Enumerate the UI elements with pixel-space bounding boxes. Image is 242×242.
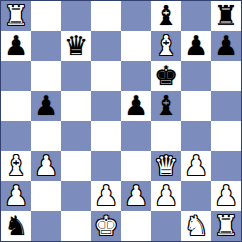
square-e8[interactable] bbox=[121, 1, 151, 31]
square-c3[interactable] bbox=[61, 151, 91, 181]
square-b8[interactable] bbox=[31, 1, 61, 31]
square-g6[interactable] bbox=[181, 61, 211, 91]
square-g8[interactable] bbox=[181, 1, 211, 31]
square-f8[interactable]: ♝ bbox=[151, 1, 181, 31]
square-a7[interactable]: ♟ bbox=[1, 31, 31, 61]
square-b5[interactable]: ♟ bbox=[31, 91, 61, 121]
square-e3[interactable] bbox=[121, 151, 151, 181]
square-a8[interactable]: ♜ bbox=[1, 1, 31, 31]
piece-black-knight[interactable]: ♞ bbox=[4, 211, 28, 241]
square-h3[interactable] bbox=[211, 151, 241, 181]
piece-black-pawn[interactable]: ♟ bbox=[124, 91, 148, 121]
square-c4[interactable] bbox=[61, 121, 91, 151]
piece-black-king[interactable]: ♚ bbox=[154, 61, 178, 91]
square-b2[interactable] bbox=[31, 181, 61, 211]
piece-white-bishop[interactable]: ♝ bbox=[4, 151, 28, 181]
square-a2[interactable]: ♟ bbox=[1, 181, 31, 211]
square-f7[interactable]: ♝ bbox=[151, 31, 181, 61]
square-d7[interactable] bbox=[91, 31, 121, 61]
square-f4[interactable] bbox=[151, 121, 181, 151]
piece-white-pawn[interactable]: ♟ bbox=[4, 181, 28, 211]
piece-white-pawn[interactable]: ♟ bbox=[184, 151, 208, 181]
square-f2[interactable]: ♟ bbox=[151, 181, 181, 211]
square-a4[interactable] bbox=[1, 121, 31, 151]
piece-black-bishop[interactable]: ♝ bbox=[154, 91, 178, 121]
square-b3[interactable]: ♟ bbox=[31, 151, 61, 181]
piece-white-pawn[interactable]: ♟ bbox=[34, 151, 58, 181]
square-h2[interactable]: ♟ bbox=[211, 181, 241, 211]
square-g4[interactable] bbox=[181, 121, 211, 151]
piece-white-pawn[interactable]: ♟ bbox=[94, 181, 118, 211]
piece-white-king[interactable]: ♚ bbox=[94, 211, 118, 241]
piece-white-knight[interactable]: ♞ bbox=[184, 211, 208, 241]
square-e1[interactable] bbox=[121, 211, 151, 241]
square-e6[interactable] bbox=[121, 61, 151, 91]
square-c6[interactable] bbox=[61, 61, 91, 91]
square-h5[interactable] bbox=[211, 91, 241, 121]
piece-white-queen[interactable]: ♛ bbox=[154, 151, 178, 181]
square-h1[interactable]: ♜ bbox=[211, 211, 241, 241]
square-h8[interactable]: ♜ bbox=[211, 1, 241, 31]
square-e5[interactable]: ♟ bbox=[121, 91, 151, 121]
square-b1[interactable] bbox=[31, 211, 61, 241]
square-h4[interactable] bbox=[211, 121, 241, 151]
square-b4[interactable] bbox=[31, 121, 61, 151]
square-b6[interactable] bbox=[31, 61, 61, 91]
square-c7[interactable]: ♛ bbox=[61, 31, 91, 61]
square-d5[interactable] bbox=[91, 91, 121, 121]
chess-board: ♜♝♜♟♛♝♟♟♚♟♟♝♝♟♛♟♟♟♟♟♟♞♚♞♜ bbox=[0, 0, 242, 242]
square-f1[interactable] bbox=[151, 211, 181, 241]
square-e4[interactable] bbox=[121, 121, 151, 151]
square-d8[interactable] bbox=[91, 1, 121, 31]
square-h7[interactable]: ♟ bbox=[211, 31, 241, 61]
piece-white-pawn[interactable]: ♟ bbox=[154, 181, 178, 211]
square-d1[interactable]: ♚ bbox=[91, 211, 121, 241]
square-d4[interactable] bbox=[91, 121, 121, 151]
square-g2[interactable] bbox=[181, 181, 211, 211]
square-g3[interactable]: ♟ bbox=[181, 151, 211, 181]
piece-white-rook[interactable]: ♜ bbox=[4, 1, 28, 31]
square-a3[interactable]: ♝ bbox=[1, 151, 31, 181]
square-b7[interactable] bbox=[31, 31, 61, 61]
square-d6[interactable] bbox=[91, 61, 121, 91]
square-f5[interactable]: ♝ bbox=[151, 91, 181, 121]
piece-white-pawn[interactable]: ♟ bbox=[214, 181, 238, 211]
square-a1[interactable]: ♞ bbox=[1, 211, 31, 241]
square-g7[interactable]: ♟ bbox=[181, 31, 211, 61]
square-c5[interactable] bbox=[61, 91, 91, 121]
square-f3[interactable]: ♛ bbox=[151, 151, 181, 181]
square-g5[interactable] bbox=[181, 91, 211, 121]
piece-black-pawn[interactable]: ♟ bbox=[214, 31, 238, 61]
square-c2[interactable] bbox=[61, 181, 91, 211]
piece-white-rook[interactable]: ♜ bbox=[214, 211, 238, 241]
piece-black-pawn[interactable]: ♟ bbox=[4, 31, 28, 61]
square-f6[interactable]: ♚ bbox=[151, 61, 181, 91]
piece-black-rook[interactable]: ♜ bbox=[214, 1, 238, 31]
piece-black-pawn[interactable]: ♟ bbox=[34, 91, 58, 121]
square-g1[interactable]: ♞ bbox=[181, 211, 211, 241]
piece-black-bishop[interactable]: ♝ bbox=[154, 1, 178, 31]
square-a6[interactable] bbox=[1, 61, 31, 91]
square-e7[interactable] bbox=[121, 31, 151, 61]
square-d2[interactable]: ♟ bbox=[91, 181, 121, 211]
piece-black-pawn[interactable]: ♟ bbox=[184, 31, 208, 61]
square-d3[interactable] bbox=[91, 151, 121, 181]
square-a5[interactable] bbox=[1, 91, 31, 121]
square-c1[interactable] bbox=[61, 211, 91, 241]
board-grid: ♜♝♜♟♛♝♟♟♚♟♟♝♝♟♛♟♟♟♟♟♟♞♚♞♜ bbox=[1, 1, 241, 241]
square-h6[interactable] bbox=[211, 61, 241, 91]
piece-white-pawn[interactable]: ♟ bbox=[124, 181, 148, 211]
square-e2[interactable]: ♟ bbox=[121, 181, 151, 211]
piece-black-queen[interactable]: ♛ bbox=[64, 31, 88, 61]
square-c8[interactable] bbox=[61, 1, 91, 31]
piece-white-bishop[interactable]: ♝ bbox=[154, 31, 178, 61]
